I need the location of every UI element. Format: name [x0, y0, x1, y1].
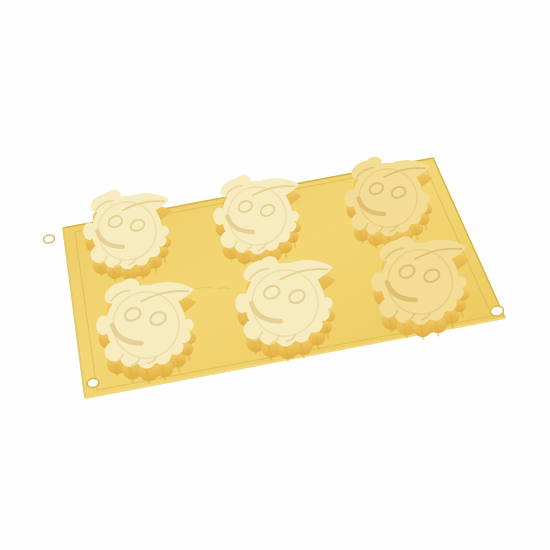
mold-illustration: [0, 0, 550, 550]
product-photo: [0, 0, 550, 550]
